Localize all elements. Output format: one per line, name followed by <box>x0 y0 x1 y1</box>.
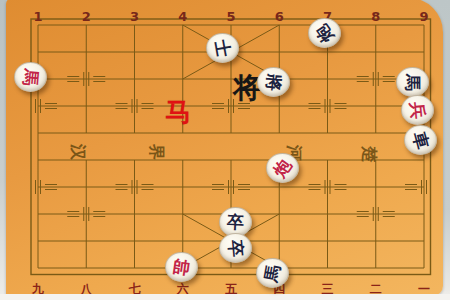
piece-glyph-black-advisor: 士 <box>212 38 232 58</box>
piece-glyph-red-general: 帥 <box>172 257 191 276</box>
piece-glyph-black-general: 將 <box>264 73 282 91</box>
piece-black-soldier-2[interactable]: 卒 <box>219 233 252 263</box>
piece-black-horse-right[interactable]: 馬 <box>396 67 429 97</box>
piece-black-chariot[interactable]: 車 <box>404 125 437 155</box>
piece-red-general[interactable]: 帥 <box>165 252 198 282</box>
piece-glyph-red-cannon: 炮 <box>270 156 294 180</box>
piece-black-advisor[interactable]: 士 <box>206 33 239 63</box>
photo-stage: 123456789 九八七六五四三二一 汉界河楚 馬士炮將馬兵車炮卒卒馬帥 马将 <box>0 0 450 300</box>
piece-glyph-red-soldier: 兵 <box>408 101 426 119</box>
piece-glyph-black-horse-low: 馬 <box>262 263 282 283</box>
piece-glyph-black-chariot: 車 <box>410 130 431 151</box>
piece-red-soldier[interactable]: 兵 <box>401 95 434 125</box>
piece-red-horse[interactable]: 馬 <box>14 62 47 92</box>
piece-glyph-black-horse-right: 馬 <box>404 74 421 91</box>
piece-black-horse-low[interactable]: 馬 <box>256 258 289 288</box>
piece-black-general[interactable]: 將 <box>257 67 290 97</box>
piece-glyph-black-cannon: 炮 <box>313 21 337 45</box>
piece-glyph-red-horse: 馬 <box>21 68 39 86</box>
page-margin-bottom <box>0 294 450 300</box>
piece-black-cannon[interactable]: 炮 <box>308 18 341 48</box>
pieces-grid: 馬士炮將馬兵車炮卒卒馬帥 <box>14 12 448 282</box>
piece-red-cannon[interactable]: 炮 <box>266 153 299 183</box>
piece-glyph-black-soldier-1: 卒 <box>226 213 244 231</box>
piece-glyph-black-soldier-2: 卒 <box>226 239 244 257</box>
